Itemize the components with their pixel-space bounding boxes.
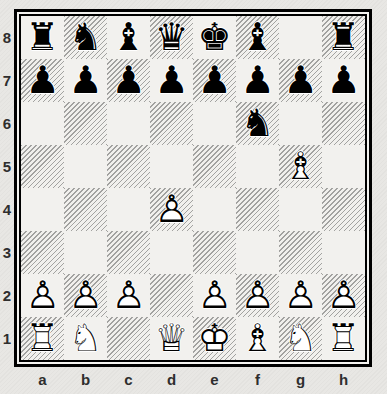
square-h7[interactable]: ♟♟ [322,59,365,102]
piece-white-rook-h1[interactable]: ♜♖ [322,317,365,360]
square-b5[interactable] [64,145,107,188]
piece-black-queen-d8[interactable]: ♛♛ [150,16,193,59]
piece-white-rook-a1[interactable]: ♜♖ [21,317,64,360]
piece-outline-glyph: ♗ [279,145,322,188]
piece-outline-glyph: ♟ [150,59,193,102]
square-c5[interactable] [107,145,150,188]
piece-outline-glyph: ♗ [236,317,279,360]
piece-white-pawn-b2[interactable]: ♟♙ [64,274,107,317]
piece-black-pawn-b7[interactable]: ♟♟ [64,59,107,102]
file-label-f: f [236,371,279,388]
piece-outline-glyph: ♛ [150,16,193,59]
square-e8[interactable]: ♚♚ [193,16,236,59]
rank-label-7: 7 [0,59,14,102]
square-d7[interactable]: ♟♟ [150,59,193,102]
piece-outline-glyph: ♜ [322,16,365,59]
square-f4[interactable] [236,188,279,231]
piece-outline-glyph: ♟ [107,59,150,102]
square-b1[interactable]: ♞♘ [64,317,107,360]
piece-outline-glyph: ♜ [21,16,64,59]
piece-outline-glyph: ♚ [193,16,236,59]
piece-outline-glyph: ♙ [236,274,279,317]
file-labels: abcdefgh [21,371,365,388]
piece-outline-glyph: ♟ [279,59,322,102]
piece-black-rook-h8[interactable]: ♜♜ [322,16,365,59]
rank-labels: 87654321 [0,16,14,360]
square-c6[interactable] [107,102,150,145]
piece-outline-glyph: ♙ [322,274,365,317]
square-b4[interactable] [64,188,107,231]
piece-white-bishop-f1[interactable]: ♝♗ [236,317,279,360]
file-label-g: g [279,371,322,388]
square-g3[interactable] [279,231,322,274]
piece-black-pawn-e7[interactable]: ♟♟ [193,59,236,102]
piece-outline-glyph: ♙ [150,188,193,231]
square-e1[interactable]: ♚♔ [193,317,236,360]
piece-black-pawn-c7[interactable]: ♟♟ [107,59,150,102]
square-b6[interactable] [64,102,107,145]
square-a7[interactable]: ♟♟ [21,59,64,102]
square-c8[interactable]: ♝♝ [107,16,150,59]
file-label-a: a [21,371,64,388]
square-e3[interactable] [193,231,236,274]
file-label-c: c [107,371,150,388]
piece-white-queen-d1[interactable]: ♛♕ [150,317,193,360]
square-f2[interactable]: ♟♙ [236,274,279,317]
board-frame: ♜♜♞♞♝♝♛♛♚♚♝♝♜♜♟♟♟♟♟♟♟♟♟♟♟♟♟♟♟♟♞♞♝♗♟♙♟♙♟♙… [14,9,372,367]
rank-label-6: 6 [0,102,14,145]
file-label-d: d [150,371,193,388]
piece-black-pawn-d7[interactable]: ♟♟ [150,59,193,102]
piece-white-king-e1[interactable]: ♚♔ [193,317,236,360]
square-d2[interactable] [150,274,193,317]
square-c1[interactable] [107,317,150,360]
square-d4[interactable]: ♟♙ [150,188,193,231]
piece-outline-glyph: ♟ [193,59,236,102]
square-c3[interactable] [107,231,150,274]
square-e4[interactable] [193,188,236,231]
square-h4[interactable] [322,188,365,231]
square-f5[interactable] [236,145,279,188]
square-h8[interactable]: ♜♜ [322,16,365,59]
piece-outline-glyph: ♟ [64,59,107,102]
square-f7[interactable]: ♟♟ [236,59,279,102]
piece-white-pawn-a2[interactable]: ♟♙ [21,274,64,317]
piece-white-pawn-d4[interactable]: ♟♙ [150,188,193,231]
square-g5[interactable]: ♝♗ [279,145,322,188]
square-h3[interactable] [322,231,365,274]
piece-outline-glyph: ♟ [21,59,64,102]
square-a8[interactable]: ♜♜ [21,16,64,59]
rank-label-5: 5 [0,145,14,188]
square-b2[interactable]: ♟♙ [64,274,107,317]
piece-black-knight-f6[interactable]: ♞♞ [236,102,279,145]
piece-outline-glyph: ♙ [279,274,322,317]
square-e6[interactable] [193,102,236,145]
piece-white-knight-g1[interactable]: ♞♘ [279,317,322,360]
square-d8[interactable]: ♛♛ [150,16,193,59]
square-d3[interactable] [150,231,193,274]
square-a1[interactable]: ♜♖ [21,317,64,360]
square-a4[interactable] [21,188,64,231]
piece-outline-glyph: ♘ [64,317,107,360]
piece-outline-glyph: ♖ [21,317,64,360]
square-g8[interactable] [279,16,322,59]
file-label-e: e [193,371,236,388]
square-f1[interactable]: ♝♗ [236,317,279,360]
rank-label-3: 3 [0,231,14,274]
piece-outline-glyph: ♙ [21,274,64,317]
square-g7[interactable]: ♟♟ [279,59,322,102]
rank-label-8: 8 [0,16,14,59]
piece-black-pawn-g7[interactable]: ♟♟ [279,59,322,102]
square-c4[interactable] [107,188,150,231]
square-e5[interactable] [193,145,236,188]
piece-black-pawn-a7[interactable]: ♟♟ [21,59,64,102]
piece-outline-glyph: ♝ [107,16,150,59]
piece-black-knight-b8[interactable]: ♞♞ [64,16,107,59]
piece-outline-glyph: ♙ [107,274,150,317]
square-c7[interactable]: ♟♟ [107,59,150,102]
rank-label-4: 4 [0,188,14,231]
square-h1[interactable]: ♜♖ [322,317,365,360]
board-inner-border: ♜♜♞♞♝♝♛♛♚♚♝♝♜♜♟♟♟♟♟♟♟♟♟♟♟♟♟♟♟♟♞♞♝♗♟♙♟♙♟♙… [19,14,367,362]
square-g2[interactable]: ♟♙ [279,274,322,317]
square-f3[interactable] [236,231,279,274]
square-d6[interactable] [150,102,193,145]
rank-label-2: 2 [0,274,14,317]
piece-black-bishop-f8[interactable]: ♝♝ [236,16,279,59]
square-a5[interactable] [21,145,64,188]
piece-outline-glyph: ♖ [322,317,365,360]
file-label-b: b [64,371,107,388]
square-f8[interactable]: ♝♝ [236,16,279,59]
square-a2[interactable]: ♟♙ [21,274,64,317]
piece-outline-glyph: ♝ [236,16,279,59]
piece-outline-glyph: ♙ [64,274,107,317]
square-b7[interactable]: ♟♟ [64,59,107,102]
piece-white-pawn-e2[interactable]: ♟♙ [193,274,236,317]
chess-diagram: 87654321 ♜♜♞♞♝♝♛♛♚♚♝♝♜♜♟♟♟♟♟♟♟♟♟♟♟♟♟♟♟♟♞… [0,0,387,394]
piece-white-pawn-g2[interactable]: ♟♙ [279,274,322,317]
square-f6[interactable]: ♞♞ [236,102,279,145]
piece-outline-glyph: ♞ [236,102,279,145]
piece-outline-glyph: ♟ [236,59,279,102]
square-e2[interactable]: ♟♙ [193,274,236,317]
square-a6[interactable] [21,102,64,145]
rank-label-1: 1 [0,317,14,360]
piece-black-pawn-f7[interactable]: ♟♟ [236,59,279,102]
square-g4[interactable] [279,188,322,231]
square-g1[interactable]: ♞♘ [279,317,322,360]
board-grid: ♜♜♞♞♝♝♛♛♚♚♝♝♜♜♟♟♟♟♟♟♟♟♟♟♟♟♟♟♟♟♞♞♝♗♟♙♟♙♟♙… [21,16,365,360]
piece-outline-glyph: ♟ [322,59,365,102]
piece-black-rook-a8[interactable]: ♜♜ [21,16,64,59]
piece-black-bishop-c8[interactable]: ♝♝ [107,16,150,59]
square-c2[interactable]: ♟♙ [107,274,150,317]
square-g6[interactable] [279,102,322,145]
square-a3[interactable] [21,231,64,274]
piece-outline-glyph: ♙ [193,274,236,317]
piece-outline-glyph: ♘ [279,317,322,360]
piece-outline-glyph: ♞ [64,16,107,59]
square-h6[interactable] [322,102,365,145]
square-h5[interactable] [322,145,365,188]
square-d5[interactable] [150,145,193,188]
piece-black-pawn-h7[interactable]: ♟♟ [322,59,365,102]
piece-black-king-e8[interactable]: ♚♚ [193,16,236,59]
square-b3[interactable] [64,231,107,274]
piece-outline-glyph: ♔ [193,317,236,360]
piece-white-bishop-g5[interactable]: ♝♗ [279,145,322,188]
square-b8[interactable]: ♞♞ [64,16,107,59]
piece-white-knight-b1[interactable]: ♞♘ [64,317,107,360]
piece-outline-glyph: ♕ [150,317,193,360]
square-d1[interactable]: ♛♕ [150,317,193,360]
piece-white-pawn-h2[interactable]: ♟♙ [322,274,365,317]
square-e7[interactable]: ♟♟ [193,59,236,102]
file-label-h: h [322,371,365,388]
square-h2[interactable]: ♟♙ [322,274,365,317]
piece-white-pawn-f2[interactable]: ♟♙ [236,274,279,317]
piece-white-pawn-c2[interactable]: ♟♙ [107,274,150,317]
